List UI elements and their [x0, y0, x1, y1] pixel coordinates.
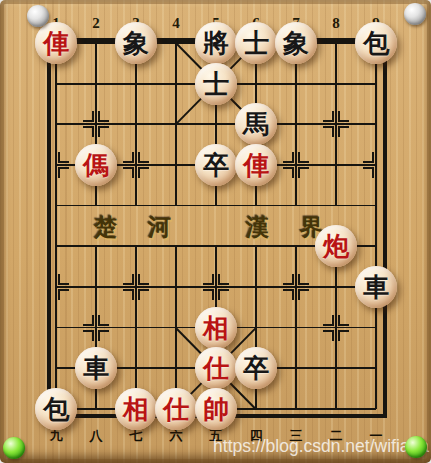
piece-black-elephant[interactable]: 象: [275, 22, 317, 64]
point-marker: [323, 111, 349, 137]
point-marker-arm: [338, 111, 349, 122]
point-marker-arm: [58, 274, 69, 285]
point-marker-arm: [123, 274, 134, 285]
point-marker-arm: [298, 289, 309, 300]
point-marker-arm: [218, 274, 229, 285]
piece-red-elephant[interactable]: 相: [115, 388, 157, 430]
point-marker-arm: [83, 315, 94, 326]
point-marker: [123, 274, 149, 300]
point-marker-arm: [138, 167, 149, 178]
point-marker: [283, 274, 309, 300]
point-marker-arm: [83, 330, 94, 341]
piece-red-elephant[interactable]: 相: [195, 307, 237, 349]
piece-red-advisor[interactable]: 仕: [195, 347, 237, 389]
point-marker-arm: [363, 152, 374, 163]
piece-black-cannon[interactable]: 包: [35, 388, 77, 430]
point-marker-arm: [323, 330, 334, 341]
point-marker-arm: [138, 274, 149, 285]
point-marker-arm: [323, 315, 334, 326]
point-marker: [43, 274, 69, 300]
point-marker-arm: [218, 289, 229, 300]
point-marker-arm: [323, 111, 334, 122]
piece-black-advisor[interactable]: 士: [195, 63, 237, 105]
point-marker-arm: [123, 167, 134, 178]
point-marker-arm: [83, 111, 94, 122]
point-marker-arm: [98, 315, 109, 326]
corner-orb-top-left: [27, 5, 49, 27]
piece-black-soldier[interactable]: 卒: [195, 144, 237, 186]
point-marker-arm: [98, 111, 109, 122]
piece-red-general[interactable]: 帥: [195, 388, 237, 430]
point-marker-arm: [283, 289, 294, 300]
watermark: https://blog.csdn.net/wifiaaa: [0, 436, 429, 457]
piece-red-cannon[interactable]: 炮: [315, 225, 357, 267]
point-marker-arm: [58, 152, 69, 163]
point-marker-arm: [83, 126, 94, 137]
file-label-top: 8: [326, 15, 346, 32]
point-marker-arm: [58, 289, 69, 300]
piece-black-advisor[interactable]: 士: [235, 22, 277, 64]
point-marker-arm: [203, 274, 214, 285]
point-marker: [83, 111, 109, 137]
point-marker: [283, 152, 309, 178]
piece-black-chariot[interactable]: 車: [355, 266, 397, 308]
piece-red-advisor[interactable]: 仕: [155, 388, 197, 430]
point-marker-arm: [363, 167, 374, 178]
point-marker-arm: [283, 274, 294, 285]
point-marker-arm: [98, 330, 109, 341]
point-marker-arm: [123, 152, 134, 163]
xiangqi-board[interactable]: 123456789九八七六五四三二一俥象將士象包士馬傌卒俥炮車相車仕卒包相仕帥: [0, 0, 431, 463]
piece-black-elephant[interactable]: 象: [115, 22, 157, 64]
point-marker: [123, 152, 149, 178]
piece-black-horse[interactable]: 馬: [235, 103, 277, 145]
point-marker: [83, 315, 109, 341]
point-marker-arm: [283, 152, 294, 163]
point-marker-arm: [298, 274, 309, 285]
point-marker-arm: [138, 152, 149, 163]
grid-line: [135, 246, 137, 409]
point-marker-arm: [338, 330, 349, 341]
point-marker-arm: [298, 152, 309, 163]
point-marker-arm: [338, 126, 349, 137]
point-marker-arm: [58, 167, 69, 178]
point-marker-arm: [298, 167, 309, 178]
grid-line: [295, 246, 297, 409]
grid-line: [375, 43, 378, 409]
xiangqi-app-window: 123456789九八七六五四三二一俥象將士象包士馬傌卒俥炮車相車仕卒包相仕帥 …: [0, 0, 431, 463]
point-marker-arm: [323, 126, 334, 137]
piece-black-general[interactable]: 將: [195, 22, 237, 64]
piece-black-soldier[interactable]: 卒: [235, 347, 277, 389]
point-marker-arm: [203, 289, 214, 300]
piece-black-cannon[interactable]: 包: [355, 22, 397, 64]
point-marker: [363, 152, 389, 178]
piece-red-chariot[interactable]: 俥: [35, 22, 77, 64]
corner-orb-bottom-left: [3, 437, 25, 459]
piece-black-chariot[interactable]: 車: [75, 347, 117, 389]
point-marker-arm: [338, 315, 349, 326]
point-marker-arm: [123, 289, 134, 300]
piece-red-horse[interactable]: 傌: [75, 144, 117, 186]
river-text-chu-he: 楚河: [94, 212, 202, 243]
grid-line: [295, 43, 297, 206]
point-marker-arm: [283, 167, 294, 178]
point-marker: [203, 274, 229, 300]
grid-line: [55, 43, 58, 409]
file-label-top: 2: [86, 15, 106, 32]
point-marker: [323, 315, 349, 341]
point-marker-arm: [138, 289, 149, 300]
file-label-top: 4: [166, 15, 186, 32]
grid-line: [135, 43, 137, 206]
piece-red-chariot[interactable]: 俥: [235, 144, 277, 186]
point-marker: [43, 152, 69, 178]
corner-orb-bottom-right: [405, 436, 427, 458]
corner-orb-top-right: [404, 3, 426, 25]
point-marker-arm: [98, 126, 109, 137]
